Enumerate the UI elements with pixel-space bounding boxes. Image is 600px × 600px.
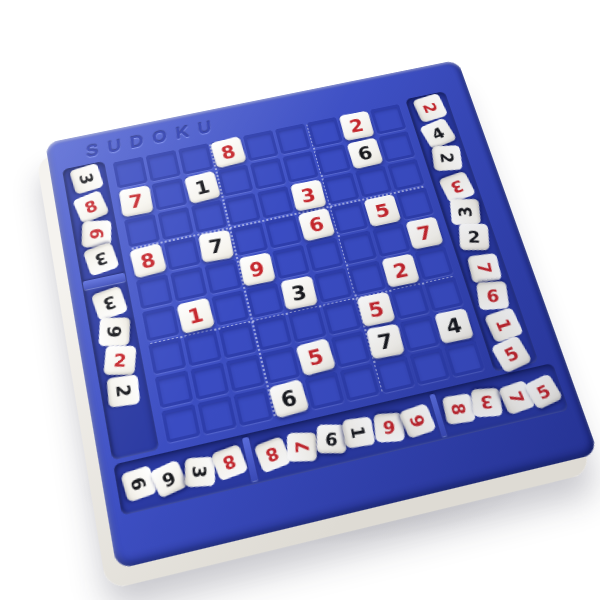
number-tile[interactable]: 5 (296, 338, 337, 376)
grid-cell-r1c1[interactable] (113, 157, 148, 189)
spare-number-tile[interactable]: 7 (286, 433, 316, 462)
number-tile[interactable]: 6 (298, 208, 336, 242)
grid-cell-r5c1[interactable] (136, 274, 173, 309)
grid-cell-r2c4[interactable] (217, 164, 253, 196)
grid-cell-r3c4[interactable] (224, 193, 261, 226)
number-tile[interactable]: 6 (346, 138, 383, 170)
number-tile[interactable]: 6 (268, 379, 309, 418)
grid-cell-r1c3[interactable] (178, 143, 214, 175)
spare-number-tile[interactable]: 6 (316, 425, 345, 454)
grid-cell-r9c5[interactable] (304, 372, 344, 410)
number-tile[interactable]: 2 (339, 111, 375, 141)
grid-cell-r5c7[interactable] (339, 230, 377, 264)
grid-cell-r6c1[interactable] (142, 305, 180, 341)
grid-cell-r4c5[interactable] (265, 215, 302, 249)
grid-cell-r1c7[interactable] (307, 117, 343, 148)
grid-cell-r9c4[interactable]: 6 (269, 380, 309, 418)
grid-cell-r1c5[interactable] (243, 130, 279, 161)
grid-cell-r7c1[interactable] (148, 337, 186, 374)
grid-cell-r4c7[interactable] (331, 201, 369, 234)
grid-cell-r5c6[interactable] (306, 238, 344, 272)
grid-cell-r3c6[interactable]: 3 (290, 179, 327, 212)
spare-number-tile[interactable]: 7 (467, 253, 502, 283)
grid-cell-r7c3[interactable] (218, 322, 257, 359)
grid-cell-r5c4[interactable]: 9 (238, 252, 276, 287)
spare-number-tile[interactable]: 2 (104, 346, 137, 375)
grid-cell-r7c2[interactable] (183, 330, 221, 367)
grid-cell-r8c5[interactable]: 5 (296, 339, 336, 376)
grid-cell-r3c2[interactable] (158, 207, 194, 240)
grid-cell-r7c9[interactable] (424, 277, 464, 312)
grid-cell-r9c6[interactable] (340, 364, 380, 402)
spare-number-tile[interactable]: 9 (149, 460, 188, 499)
grid-cell-r6c6[interactable] (314, 268, 353, 303)
grid-cell-r4c9[interactable] (396, 187, 434, 220)
grid-cell-r3c9[interactable] (387, 159, 425, 191)
grid-cell-r8c3[interactable] (226, 354, 265, 392)
spare-number-tile[interactable]: 3 (185, 457, 215, 488)
grid-cell-r6c7[interactable] (348, 261, 387, 296)
grid-cell-r2c2[interactable] (151, 178, 187, 211)
grid-cell-r8c7[interactable]: 7 (365, 323, 405, 360)
grid-cell-r7c6[interactable] (322, 299, 361, 335)
number-tile[interactable]: 9 (239, 252, 276, 286)
spare-number-tile[interactable]: 2 (459, 224, 490, 250)
spare-number-tile[interactable]: 3 (450, 199, 481, 225)
grid-cell-r8c2[interactable] (190, 362, 229, 400)
grid-cell-r4c1[interactable]: 8 (130, 244, 167, 278)
number-tile[interactable]: 5 (363, 194, 401, 227)
grid-cell-r9c3[interactable] (233, 388, 273, 427)
grid-cell-r2c3[interactable]: 1 (184, 171, 220, 203)
grid-cell-r3c5[interactable] (257, 186, 294, 219)
spare-number-tile[interactable]: 1 (341, 416, 375, 448)
grid-cell-r2c6[interactable] (282, 151, 319, 183)
grid-cell-r8c4[interactable] (261, 347, 300, 384)
spare-number-tile[interactable]: 3 (91, 285, 129, 321)
grid-cell-r1c2[interactable] (146, 150, 181, 182)
spare-number-tile[interactable]: 2 (431, 145, 462, 171)
grid-cell-r6c8[interactable]: 2 (381, 253, 420, 288)
grid-cell-r1c4[interactable]: 8 (211, 137, 247, 168)
grid-cell-r5c8[interactable] (372, 223, 410, 257)
grid-cell-r5c5[interactable] (272, 245, 310, 279)
spare-number-tile[interactable]: 3 (470, 388, 502, 417)
grid-cell-r9c7[interactable] (375, 356, 416, 394)
number-tile[interactable]: 3 (280, 276, 318, 311)
number-tile[interactable]: 8 (210, 136, 247, 168)
grid-cell-r2c9[interactable] (379, 131, 416, 162)
number-tile[interactable]: 7 (119, 185, 154, 217)
grid-cell-r6c3[interactable] (211, 290, 249, 326)
grid-cell-r2c8[interactable]: 6 (347, 138, 384, 169)
grid-cell-r9c8[interactable] (409, 348, 450, 385)
grid-cell-r3c8[interactable] (355, 166, 392, 198)
grid-cell-r9c1[interactable] (161, 404, 200, 443)
grid-cell-r7c5[interactable] (288, 307, 327, 343)
grid-cell-r3c7[interactable] (323, 172, 360, 204)
grid-cell-r8c8[interactable] (400, 316, 440, 352)
number-tile[interactable]: 1 (176, 297, 215, 334)
grid-cell-r1c8[interactable]: 2 (339, 111, 375, 142)
grid-cell-r3c3[interactable] (191, 200, 228, 233)
grid-cell-r5c3[interactable] (204, 259, 242, 294)
number-tile[interactable]: 4 (434, 308, 474, 344)
number-tile[interactable]: 3 (290, 179, 326, 211)
grid-cell-r3c1[interactable] (124, 214, 160, 248)
grid-cell-r6c2[interactable]: 1 (177, 298, 215, 334)
grid-cell-r7c4[interactable] (253, 314, 292, 350)
grid-cell-r4c6[interactable]: 6 (298, 208, 336, 241)
grid-cell-r7c8[interactable] (390, 284, 430, 320)
grid-cell-r1c9[interactable] (370, 104, 406, 135)
grid-cell-r4c8[interactable]: 5 (363, 194, 401, 227)
grid-cell-r5c9[interactable]: 7 (405, 216, 444, 250)
grid-cell-r9c2[interactable] (197, 396, 237, 435)
grid-cell-r2c1[interactable]: 7 (118, 185, 154, 218)
grid-cell-r4c3[interactable]: 7 (198, 229, 235, 263)
spare-number-tile[interactable]: 8 (211, 444, 249, 482)
spare-number-tile[interactable]: 9 (476, 281, 510, 310)
grid-cell-r4c2[interactable] (164, 236, 201, 270)
grid-cell-r1c6[interactable] (275, 123, 311, 154)
grid-cell-r8c1[interactable] (155, 370, 194, 408)
spare-number-tile[interactable]: 8 (72, 190, 109, 224)
number-tile[interactable]: 2 (381, 253, 420, 287)
grid-cell-r8c9[interactable]: 4 (434, 308, 474, 344)
number-tile[interactable]: 8 (129, 243, 167, 278)
grid-cell-r8c6[interactable] (331, 331, 371, 368)
grid-cell-r2c5[interactable] (250, 158, 286, 190)
number-tile[interactable]: 5 (357, 292, 396, 327)
number-tile[interactable]: 7 (366, 324, 405, 360)
spare-number-tile[interactable]: 2 (107, 374, 140, 408)
grid-cell-r4c4[interactable] (231, 222, 268, 256)
grid-cell-r9c9[interactable] (444, 340, 485, 377)
grid-cell-r7c7[interactable]: 5 (356, 291, 395, 327)
number-tile[interactable]: 7 (405, 216, 443, 249)
spare-number-tile[interactable]: 3 (69, 163, 104, 195)
grid-cell-r2c7[interactable] (315, 144, 352, 176)
spare-number-tile[interactable]: 6 (99, 317, 131, 346)
grid-cell-r6c4[interactable] (246, 283, 284, 319)
spare-number-tile[interactable]: 8 (253, 436, 291, 473)
grid-cell-r6c5[interactable]: 3 (280, 275, 318, 310)
grid-cell-r6c9[interactable] (415, 246, 454, 280)
number-tile[interactable]: 7 (198, 230, 234, 263)
number-tile[interactable]: 1 (184, 171, 221, 204)
grid-cell-r5c2[interactable] (170, 267, 207, 302)
